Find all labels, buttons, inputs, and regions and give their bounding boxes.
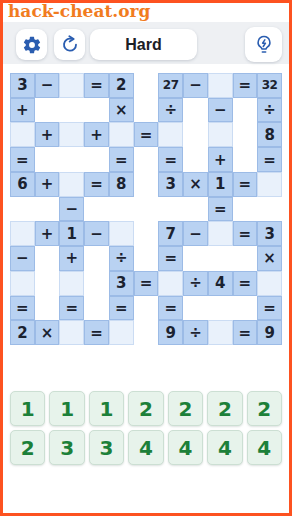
tray-tile-3[interactable]: 1 <box>89 391 124 426</box>
difficulty-selector[interactable]: Hard <box>90 29 197 60</box>
grid-gap <box>183 98 208 123</box>
grid-cell-given-r2c9: − <box>208 98 233 123</box>
grid-gap <box>183 147 208 172</box>
grid-gap <box>84 271 109 296</box>
grid-gap <box>233 98 258 123</box>
grid-cell-given-r9c9: 4 <box>208 271 233 296</box>
grid-gap <box>134 296 159 321</box>
grid-cell-given-r7c8: − <box>183 221 208 246</box>
grid-cell-given-r11c8: ÷ <box>183 320 208 345</box>
grid-gap <box>208 246 233 271</box>
grid-gap <box>134 73 159 98</box>
grid-cell-given-r9c5: 3 <box>109 271 134 296</box>
grid-cell-given-r1c8: − <box>183 73 208 98</box>
grid-cell-given-r1c2: − <box>35 73 60 98</box>
grid-cell-given-r3c4: + <box>84 122 109 147</box>
grid-cell-empty-r11c9[interactable] <box>208 320 233 345</box>
grid-cell-given-r8c11: × <box>257 246 282 271</box>
watermark: hack-cheat.org <box>8 1 150 21</box>
grid-cell-given-r4c5: = <box>109 147 134 172</box>
difficulty-label: Hard <box>125 36 161 54</box>
grid-gap <box>35 271 60 296</box>
grid-gap <box>84 98 109 123</box>
grid-cell-given-r9c8: ÷ <box>183 271 208 296</box>
tray-tile-4[interactable]: 2 <box>128 391 163 426</box>
hint-button[interactable] <box>245 27 282 62</box>
grid-cell-given-r11c4: = <box>84 320 109 345</box>
grid-cell-empty-r7c5[interactable] <box>109 221 134 246</box>
grid-cell-given-r6c9: = <box>208 197 233 222</box>
grid-cell-empty-r1c9[interactable] <box>208 73 233 98</box>
grid-cell-empty-r11c5[interactable] <box>109 320 134 345</box>
grid-gap <box>59 147 84 172</box>
grid-cell-given-r6c3: − <box>59 197 84 222</box>
grid-gap <box>134 98 159 123</box>
grid-cell-empty-r5c11[interactable] <box>257 172 282 197</box>
settings-button[interactable] <box>16 29 47 60</box>
grid-cell-given-r1c1: 3 <box>10 73 35 98</box>
grid-cell-given-r7c11: 3 <box>257 221 282 246</box>
grid-cell-given-r8c5: ÷ <box>109 246 134 271</box>
grid-cell-empty-r1c3[interactable] <box>59 73 84 98</box>
grid-cell-given-r5c1: 6 <box>10 172 35 197</box>
grid-cell-empty-r11c3[interactable] <box>59 320 84 345</box>
grid-gap <box>10 197 35 222</box>
grid-cell-given-r11c7: 9 <box>158 320 183 345</box>
grid-cell-given-r3c11: 8 <box>257 122 282 147</box>
app-screen: hack-cheat.org Hard 3−=227−=32+×÷−÷ <box>0 0 292 516</box>
grid-gap <box>134 172 159 197</box>
grid-cell-given-r10c1: = <box>10 296 35 321</box>
grid-gap <box>134 147 159 172</box>
grid-gap <box>233 246 258 271</box>
grid-cell-given-r5c2: + <box>35 172 60 197</box>
grid-gap <box>183 122 208 147</box>
grid-cell-given-r11c1: 2 <box>10 320 35 345</box>
grid-cell-given-r1c7: 27 <box>158 73 183 98</box>
grid-cell-given-r5c8: × <box>183 172 208 197</box>
grid-gap <box>158 197 183 222</box>
tray-tile-6[interactable]: 2 <box>207 391 242 426</box>
restart-button[interactable] <box>54 29 85 60</box>
grid-gap <box>84 197 109 222</box>
grid-cell-given-r10c3: = <box>59 296 84 321</box>
grid-gap <box>134 197 159 222</box>
tray-tile-12[interactable]: 4 <box>168 430 203 465</box>
grid-cell-empty-r5c3[interactable] <box>59 172 84 197</box>
grid-cell-empty-r3c7[interactable] <box>158 122 183 147</box>
grid-cell-empty-r3c3[interactable] <box>59 122 84 147</box>
grid-gap <box>183 197 208 222</box>
grid-cell-given-r4c11: = <box>257 147 282 172</box>
grid-cell-given-r7c4: − <box>84 221 109 246</box>
grid-gap <box>84 246 109 271</box>
grid-cell-given-r2c5: × <box>109 98 134 123</box>
tray-tile-9[interactable]: 3 <box>49 430 84 465</box>
grid-cell-empty-r9c3[interactable] <box>59 271 84 296</box>
grid-gap <box>35 147 60 172</box>
grid-cell-given-r7c2: + <box>35 221 60 246</box>
tray-tile-10[interactable]: 3 <box>89 430 124 465</box>
grid-cell-empty-r7c9[interactable] <box>208 221 233 246</box>
grid-gap <box>233 197 258 222</box>
grid-cell-given-r8c3: + <box>59 246 84 271</box>
grid-gap <box>35 98 60 123</box>
grid-gap <box>84 296 109 321</box>
grid-cell-given-r10c5: = <box>109 296 134 321</box>
grid-cell-empty-r3c5[interactable] <box>109 122 134 147</box>
gear-icon <box>22 35 42 55</box>
grid-cell-given-r10c11: = <box>257 296 282 321</box>
grid-gap <box>134 320 159 345</box>
tray-tile-8[interactable]: 2 <box>10 430 45 465</box>
grid-cell-given-r4c1: = <box>10 147 35 172</box>
grid-gap <box>257 197 282 222</box>
grid-gap <box>233 296 258 321</box>
grid-cell-empty-r9c11[interactable] <box>257 271 282 296</box>
grid-cell-given-r2c11: ÷ <box>257 98 282 123</box>
grid-cell-empty-r7c1[interactable] <box>10 221 35 246</box>
grid-gap <box>35 246 60 271</box>
grid-cell-given-r5c4: = <box>84 172 109 197</box>
grid-cell-given-r4c9: + <box>208 147 233 172</box>
grid-cell-empty-r3c1[interactable] <box>10 122 35 147</box>
tray-tile-7[interactable]: 2 <box>247 391 282 426</box>
grid-cell-given-r8c1: − <box>10 246 35 271</box>
grid-cell-empty-r9c7[interactable] <box>158 271 183 296</box>
tray-tile-2[interactable]: 1 <box>49 391 84 426</box>
grid-cell-given-r11c2: × <box>35 320 60 345</box>
grid-gap <box>183 246 208 271</box>
grid-cell-given-r7c10: = <box>233 221 258 246</box>
grid-cell-given-r2c7: ÷ <box>158 98 183 123</box>
grid-cell-given-r10c7: = <box>158 296 183 321</box>
grid-gap <box>233 122 258 147</box>
tray-tile-14[interactable]: 4 <box>247 430 282 465</box>
grid-cell-given-r8c7: = <box>158 246 183 271</box>
grid-cell-given-r5c5: 8 <box>109 172 134 197</box>
tray-tile-1[interactable]: 1 <box>10 391 45 426</box>
grid-cell-given-r1c11: 32 <box>257 73 282 98</box>
number-tile-tray: 11122222334444 <box>10 391 282 465</box>
grid-cell-empty-r9c1[interactable] <box>10 271 35 296</box>
refresh-icon <box>60 35 80 55</box>
grid-cell-given-r9c10: = <box>233 271 258 296</box>
grid-gap <box>233 147 258 172</box>
puzzle-grid: 3−=227−=32+×÷−÷++=8===+=6+=83×1=−=+1−7−=… <box>10 73 282 345</box>
grid-cell-given-r1c10: = <box>233 73 258 98</box>
grid-cell-given-r5c9: 1 <box>208 172 233 197</box>
tray-tile-5[interactable]: 2 <box>168 391 203 426</box>
grid-gap <box>134 246 159 271</box>
grid-gap <box>134 221 159 246</box>
tray-tile-13[interactable]: 4 <box>207 430 242 465</box>
grid-cell-given-r11c10: = <box>233 320 258 345</box>
lightbulb-bolt-icon <box>253 34 275 56</box>
tray-tile-11[interactable]: 4 <box>128 430 163 465</box>
grid-cell-given-r4c7: = <box>158 147 183 172</box>
grid-gap <box>183 296 208 321</box>
grid-gap <box>208 296 233 321</box>
grid-cell-given-r5c7: 3 <box>158 172 183 197</box>
grid-cell-given-r1c4: = <box>84 73 109 98</box>
grid-cell-given-r11c11: 9 <box>257 320 282 345</box>
grid-cell-given-r3c2: + <box>35 122 60 147</box>
grid-cell-given-r9c6: = <box>134 271 159 296</box>
grid-cell-given-r2c1: + <box>10 98 35 123</box>
grid-gap <box>35 197 60 222</box>
grid-cell-given-r1c5: 2 <box>109 73 134 98</box>
grid-gap <box>35 296 60 321</box>
grid-gap <box>84 147 109 172</box>
grid-cell-given-r7c7: 7 <box>158 221 183 246</box>
grid-cell-given-r7c3: 1 <box>59 221 84 246</box>
grid-cell-empty-r3c9[interactable] <box>208 122 233 147</box>
grid-cell-given-r5c10: = <box>233 172 258 197</box>
grid-gap <box>59 98 84 123</box>
grid-gap <box>109 197 134 222</box>
grid-cell-given-r3c6: = <box>134 122 159 147</box>
